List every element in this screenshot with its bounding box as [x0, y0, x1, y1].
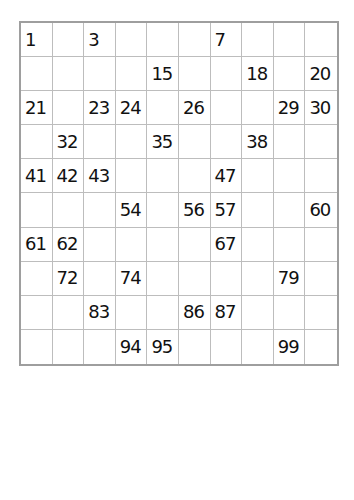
- grid-cell-empty: [211, 91, 243, 125]
- grid-cell: 72: [53, 262, 85, 296]
- grid-cell: 1: [21, 23, 53, 57]
- grid-cell-empty: [242, 262, 274, 296]
- grid-cell: 23: [84, 91, 116, 125]
- cell-number: 86: [183, 303, 204, 321]
- grid-cell: 29: [274, 91, 306, 125]
- cell-number: 87: [215, 303, 236, 321]
- grid-cell: 35: [147, 125, 179, 159]
- grid-cell-empty: [179, 57, 211, 91]
- cell-number: 26: [183, 99, 204, 117]
- grid-cell: 38: [242, 125, 274, 159]
- grid-cell-empty: [305, 159, 337, 193]
- grid-cell: 20: [305, 57, 337, 91]
- grid-cell-empty: [116, 159, 148, 193]
- cell-number: 21: [25, 99, 46, 117]
- cell-number: 29: [278, 99, 299, 117]
- grid-cell: 32: [53, 125, 85, 159]
- grid-cell-empty: [179, 159, 211, 193]
- grid-cell: 54: [116, 193, 148, 227]
- grid-cell-empty: [147, 296, 179, 330]
- grid-cell: 60: [305, 193, 337, 227]
- grid-cell-empty: [53, 57, 85, 91]
- grid-cell-empty: [242, 159, 274, 193]
- grid-cell-empty: [21, 125, 53, 159]
- grid-cell: 42: [53, 159, 85, 193]
- grid-cell-empty: [274, 57, 306, 91]
- grid-cell-empty: [305, 228, 337, 262]
- cell-number: 83: [88, 303, 109, 321]
- grid-cell-empty: [242, 193, 274, 227]
- grid-cell-empty: [147, 91, 179, 125]
- grid-cell-empty: [84, 330, 116, 364]
- grid-cell-empty: [305, 125, 337, 159]
- grid-cell-empty: [242, 296, 274, 330]
- hundred-chart-grid: 1371518202123242629303235384142434754565…: [19, 21, 339, 366]
- grid-cell-empty: [53, 23, 85, 57]
- grid-cell: 87: [211, 296, 243, 330]
- grid-cell-empty: [21, 57, 53, 91]
- cell-number: 32: [57, 133, 78, 151]
- grid-cell: 62: [53, 228, 85, 262]
- grid-cell-empty: [242, 91, 274, 125]
- grid-cell-empty: [116, 23, 148, 57]
- grid-cell: 86: [179, 296, 211, 330]
- grid-cell-empty: [242, 330, 274, 364]
- grid-cell-empty: [116, 296, 148, 330]
- grid-cell: 83: [84, 296, 116, 330]
- grid-cell-empty: [274, 159, 306, 193]
- grid-cell-empty: [179, 23, 211, 57]
- cell-number: 79: [278, 269, 299, 287]
- grid-cell: 57: [211, 193, 243, 227]
- grid-cell: 95: [147, 330, 179, 364]
- grid-cell-empty: [116, 228, 148, 262]
- grid-cell-empty: [305, 262, 337, 296]
- grid-cell-empty: [147, 228, 179, 262]
- grid-cell: 56: [179, 193, 211, 227]
- grid-cell: 79: [274, 262, 306, 296]
- grid-cell: 61: [21, 228, 53, 262]
- grid-cell-empty: [274, 23, 306, 57]
- cell-number: 57: [215, 201, 236, 219]
- grid-cell-empty: [84, 262, 116, 296]
- cell-number: 43: [88, 167, 109, 185]
- grid-cell-empty: [305, 296, 337, 330]
- grid-cell-empty: [179, 262, 211, 296]
- grid-cell-empty: [179, 228, 211, 262]
- cell-number: 38: [246, 133, 267, 151]
- grid-cell-empty: [147, 193, 179, 227]
- cell-number: 94: [120, 338, 141, 356]
- grid-cell: 41: [21, 159, 53, 193]
- cell-number: 1: [25, 31, 35, 49]
- cell-number: 35: [151, 133, 172, 151]
- cell-number: 54: [120, 201, 141, 219]
- grid-cell-empty: [84, 228, 116, 262]
- cell-number: 62: [57, 235, 78, 253]
- cell-number: 67: [215, 235, 236, 253]
- grid-cell-empty: [211, 125, 243, 159]
- grid-cell-empty: [116, 57, 148, 91]
- grid-cell-empty: [84, 125, 116, 159]
- grid-cell-empty: [53, 330, 85, 364]
- grid-cell: 30: [305, 91, 337, 125]
- grid-cell: 67: [211, 228, 243, 262]
- grid-cell-empty: [274, 296, 306, 330]
- grid-cell: 94: [116, 330, 148, 364]
- cell-number: 23: [88, 99, 109, 117]
- grid-cell: 18: [242, 57, 274, 91]
- cell-number: 72: [57, 269, 78, 287]
- grid-cell-empty: [274, 228, 306, 262]
- grid-cell-empty: [21, 330, 53, 364]
- grid-cell-empty: [211, 57, 243, 91]
- grid-cell-empty: [21, 193, 53, 227]
- cell-number: 74: [120, 269, 141, 287]
- grid-cell: 47: [211, 159, 243, 193]
- grid-cell-empty: [84, 57, 116, 91]
- cell-number: 18: [246, 65, 267, 83]
- worksheet-page: 1371518202123242629303235384142434754565…: [0, 0, 354, 500]
- grid-cell-empty: [211, 330, 243, 364]
- grid-cell: 24: [116, 91, 148, 125]
- cell-number: 3: [88, 31, 98, 49]
- cell-number: 30: [309, 99, 330, 117]
- grid-cell-empty: [116, 125, 148, 159]
- grid-cell-empty: [274, 193, 306, 227]
- cell-number: 7: [215, 31, 225, 49]
- cell-number: 47: [215, 167, 236, 185]
- cell-number: 20: [309, 65, 330, 83]
- grid-cell: 15: [147, 57, 179, 91]
- cell-number: 41: [25, 167, 46, 185]
- cell-number: 99: [278, 338, 299, 356]
- grid-cell-empty: [21, 296, 53, 330]
- cell-number: 24: [120, 99, 141, 117]
- grid-cell-empty: [53, 91, 85, 125]
- grid-cell-empty: [53, 296, 85, 330]
- cell-number: 95: [151, 338, 172, 356]
- grid-cell-empty: [179, 125, 211, 159]
- grid-cell-empty: [211, 262, 243, 296]
- grid-cell-empty: [305, 330, 337, 364]
- grid-cell-empty: [147, 262, 179, 296]
- grid-cell-empty: [84, 193, 116, 227]
- grid-cell: 74: [116, 262, 148, 296]
- grid-cell-empty: [305, 23, 337, 57]
- cell-number: 56: [183, 201, 204, 219]
- grid-cell-empty: [147, 23, 179, 57]
- grid-cell-empty: [242, 228, 274, 262]
- grid-cell-empty: [21, 262, 53, 296]
- grid-cell-empty: [242, 23, 274, 57]
- grid-cell: 7: [211, 23, 243, 57]
- grid-cell-empty: [179, 330, 211, 364]
- grid-cell-empty: [53, 193, 85, 227]
- grid-cell: 99: [274, 330, 306, 364]
- grid-cell: 26: [179, 91, 211, 125]
- cell-number: 61: [25, 235, 46, 253]
- grid-cell-empty: [274, 125, 306, 159]
- cell-number: 15: [151, 65, 172, 83]
- grid-cell: 3: [84, 23, 116, 57]
- grid-cell: 21: [21, 91, 53, 125]
- cell-number: 42: [57, 167, 78, 185]
- grid-cell-empty: [147, 159, 179, 193]
- grid-cell: 43: [84, 159, 116, 193]
- cell-number: 60: [309, 201, 330, 219]
